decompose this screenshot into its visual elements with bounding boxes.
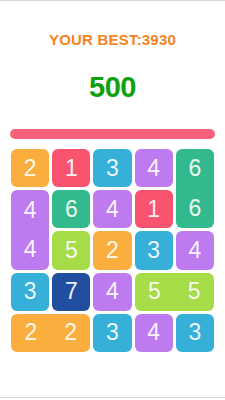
app-screen: YOUR BEST:3930 500 213466446415234374552… [0,0,225,400]
tile-number: 3 [106,157,119,180]
tile-number: 1 [147,198,160,221]
tile-number: 2 [64,321,77,344]
tile-r1c3-value-3[interactable]: 3 [93,149,131,187]
tile-r2c4-value-1[interactable]: 1 [135,190,173,228]
tile-number: 4 [189,239,202,262]
tile-number: 4 [24,238,37,261]
tile-number: 4 [147,321,160,344]
tile-r5c1-value-2[interactable]: 22 [11,314,90,352]
tile-r3c4-value-3[interactable]: 3 [135,231,173,269]
tile-r1c5-value-6[interactable]: 66 [176,149,214,228]
tile-number: 3 [189,321,202,344]
tile-number: 2 [106,239,119,262]
tile-r5c5-value-3[interactable]: 3 [176,314,214,352]
best-score-label: YOUR BEST:3930 [0,31,225,48]
tile-r4c2-value-7[interactable]: 7 [52,273,90,311]
tile-number: 5 [65,239,78,262]
tile-number: 4 [24,199,37,222]
tile-r4c1-value-3[interactable]: 3 [11,273,49,311]
bottom-divider [0,397,225,398]
tile-number: 2 [24,157,37,180]
tile-number: 3 [147,239,160,262]
tile-r2c1-value-4[interactable]: 44 [11,190,49,269]
tile-number: 5 [148,280,161,303]
tile-number: 5 [188,280,201,303]
tile-number: 4 [147,157,160,180]
tile-r1c1-value-2[interactable]: 2 [11,149,49,187]
tile-number: 2 [24,321,37,344]
tile-number: 6 [189,157,202,180]
tile-number: 4 [106,198,119,221]
tile-number: 4 [106,280,119,303]
tile-number: 3 [106,321,119,344]
tile-r5c3-value-3[interactable]: 3 [93,314,131,352]
tile-r3c5-value-4[interactable]: 4 [176,231,214,269]
tile-r5c4-value-4[interactable]: 4 [135,314,173,352]
tile-number: 6 [189,197,202,220]
tile-r4c4-value-5[interactable]: 55 [135,273,214,311]
tile-r1c2-value-1[interactable]: 1 [52,149,90,187]
timer-progress-bar [10,129,215,139]
tile-r3c3-value-2[interactable]: 2 [93,231,131,269]
tile-r2c3-value-4[interactable]: 4 [93,190,131,228]
board: 2134664464152343745522343 [11,149,214,352]
tile-number: 7 [65,280,78,303]
tile-number: 6 [65,198,78,221]
tile-r1c4-value-4[interactable]: 4 [135,149,173,187]
tile-r4c3-value-4[interactable]: 4 [93,273,131,311]
tile-number: 3 [24,280,37,303]
tile-r3c2-value-5[interactable]: 5 [52,231,90,269]
tile-r2c2-value-6[interactable]: 6 [52,190,90,228]
current-score: 500 [0,71,225,104]
tile-number: 1 [65,157,78,180]
